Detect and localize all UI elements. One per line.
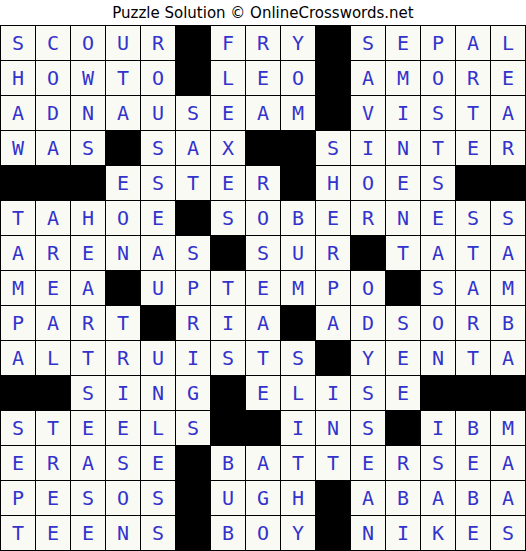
letter-cell-r3c5: U xyxy=(141,96,175,130)
letter-cell-r8c2: E xyxy=(36,271,70,305)
letter-cell-r12c1: S xyxy=(1,411,35,445)
black-cell-r5c14 xyxy=(456,166,490,200)
letter-cell-r10c5: U xyxy=(141,341,175,375)
letter-cell-r4c13: T xyxy=(421,131,455,165)
letter-cell-r7c5: A xyxy=(141,236,175,270)
black-cell-r8c4 xyxy=(106,271,140,305)
letter-cell-r9c2: A xyxy=(36,306,70,340)
letter-cell-r4c1: W xyxy=(1,131,35,165)
letter-cell-r12c3: E xyxy=(71,411,105,445)
letter-cell-r1c13: P xyxy=(421,26,455,60)
letter-cell-r8c13: S xyxy=(421,271,455,305)
letter-cell-r6c15: S xyxy=(491,201,525,235)
letter-cell-r15c8: O xyxy=(246,516,280,550)
letter-cell-r9c14: R xyxy=(456,306,490,340)
letter-cell-r7c10: R xyxy=(316,236,350,270)
puzzle-solution-page: Puzzle Solution © OnlineCrosswords.net S… xyxy=(0,0,526,551)
letter-cell-r9c3: R xyxy=(71,306,105,340)
letter-cell-r10c4: R xyxy=(106,341,140,375)
black-cell-r2c10 xyxy=(316,61,350,95)
letter-cell-r8c6: P xyxy=(176,271,210,305)
black-cell-r4c4 xyxy=(106,131,140,165)
letter-cell-r13c9: T xyxy=(281,446,315,480)
letter-cell-r7c12: T xyxy=(386,236,420,270)
letter-cell-r9c7: I xyxy=(211,306,245,340)
letter-cell-r15c14: E xyxy=(456,516,490,550)
letter-cell-r5c12: E xyxy=(386,166,420,200)
letter-cell-r8c1: M xyxy=(1,271,35,305)
letter-cell-r1c14: A xyxy=(456,26,490,60)
letter-cell-r2c12: M xyxy=(386,61,420,95)
letter-cell-r1c7: F xyxy=(211,26,245,60)
letter-cell-r14c12: B xyxy=(386,481,420,515)
black-cell-r11c7 xyxy=(211,376,245,410)
black-cell-r3c10 xyxy=(316,96,350,130)
letter-cell-r3c12: I xyxy=(386,96,420,130)
black-cell-r15c6 xyxy=(176,516,210,550)
black-cell-r1c10 xyxy=(316,26,350,60)
letter-cell-r8c14: A xyxy=(456,271,490,305)
letter-cell-r3c8: A xyxy=(246,96,280,130)
letter-cell-r4c5: S xyxy=(141,131,175,165)
letter-cell-r2c1: H xyxy=(1,61,35,95)
letter-cell-r15c3: E xyxy=(71,516,105,550)
letter-cell-r14c3: S xyxy=(71,481,105,515)
letter-cell-r13c5: E xyxy=(141,446,175,480)
letter-cell-r10c6: I xyxy=(176,341,210,375)
letter-cell-r4c11: I xyxy=(351,131,385,165)
letter-cell-r2c5: O xyxy=(141,61,175,95)
letter-cell-r5c4: E xyxy=(106,166,140,200)
letter-cell-r1c5: R xyxy=(141,26,175,60)
letter-cell-r9c12: S xyxy=(386,306,420,340)
letter-cell-r2c9: O xyxy=(281,61,315,95)
letter-cell-r7c13: A xyxy=(421,236,455,270)
letter-cell-r3c1: A xyxy=(1,96,35,130)
letter-cell-r7c4: N xyxy=(106,236,140,270)
black-cell-r5c15 xyxy=(491,166,525,200)
letter-cell-r1c8: R xyxy=(246,26,280,60)
letter-cell-r5c10: H xyxy=(316,166,350,200)
letter-cell-r10c11: Y xyxy=(351,341,385,375)
letter-cell-r2c13: O xyxy=(421,61,455,95)
letter-cell-r3c13: S xyxy=(421,96,455,130)
letter-cell-r14c11: A xyxy=(351,481,385,515)
letter-cell-r3c14: T xyxy=(456,96,490,130)
letter-cell-r8c11: O xyxy=(351,271,385,305)
letter-cell-r6c9: B xyxy=(281,201,315,235)
letter-cell-r5c11: O xyxy=(351,166,385,200)
letter-cell-r14c4: O xyxy=(106,481,140,515)
black-cell-r12c7 xyxy=(211,411,245,445)
black-cell-r11c14 xyxy=(456,376,490,410)
letter-cell-r1c12: E xyxy=(386,26,420,60)
letter-cell-r2c2: O xyxy=(36,61,70,95)
letter-cell-r13c2: R xyxy=(36,446,70,480)
letter-cell-r4c10: S xyxy=(316,131,350,165)
letter-cell-r8c3: A xyxy=(71,271,105,305)
letter-cell-r8c8: E xyxy=(246,271,280,305)
letter-cell-r15c1: T xyxy=(1,516,35,550)
letter-cell-r13c12: R xyxy=(386,446,420,480)
letter-cell-r12c14: B xyxy=(456,411,490,445)
letter-cell-r14c15: A xyxy=(491,481,525,515)
letter-cell-r1c4: U xyxy=(106,26,140,60)
black-cell-r9c5 xyxy=(141,306,175,340)
letter-cell-r10c12: E xyxy=(386,341,420,375)
black-cell-r8c12 xyxy=(386,271,420,305)
letter-cell-r9c1: P xyxy=(1,306,35,340)
letter-cell-r9c11: D xyxy=(351,306,385,340)
letter-cell-r15c4: N xyxy=(106,516,140,550)
letter-cell-r6c2: A xyxy=(36,201,70,235)
letter-cell-r15c7: B xyxy=(211,516,245,550)
letter-cell-r12c15: M xyxy=(491,411,525,445)
letter-cell-r7c15: A xyxy=(491,236,525,270)
letter-cell-r2c3: W xyxy=(71,61,105,95)
letter-cell-r9c4: T xyxy=(106,306,140,340)
black-cell-r5c9 xyxy=(281,166,315,200)
letter-cell-r15c11: N xyxy=(351,516,385,550)
black-cell-r13c6 xyxy=(176,446,210,480)
letter-cell-r9c15: B xyxy=(491,306,525,340)
letter-cell-r10c2: L xyxy=(36,341,70,375)
letter-cell-r13c3: A xyxy=(71,446,105,480)
page-title: Puzzle Solution © OnlineCrosswords.net xyxy=(0,0,526,25)
black-cell-r12c12 xyxy=(386,411,420,445)
black-cell-r6c6 xyxy=(176,201,210,235)
letter-cell-r10c8: T xyxy=(246,341,280,375)
black-cell-r5c1 xyxy=(1,166,35,200)
letter-cell-r12c2: T xyxy=(36,411,70,445)
letter-cell-r11c11: S xyxy=(351,376,385,410)
letter-cell-r1c15: L xyxy=(491,26,525,60)
letter-cell-r7c8: S xyxy=(246,236,280,270)
letter-cell-r10c7: S xyxy=(211,341,245,375)
letter-cell-r5c13: S xyxy=(421,166,455,200)
letter-cell-r7c1: A xyxy=(1,236,35,270)
letter-cell-r3c3: N xyxy=(71,96,105,130)
black-cell-r9c9 xyxy=(281,306,315,340)
letter-cell-r15c15: S xyxy=(491,516,525,550)
letter-cell-r1c2: C xyxy=(36,26,70,60)
letter-cell-r10c3: T xyxy=(71,341,105,375)
letter-cell-r14c2: E xyxy=(36,481,70,515)
letter-cell-r8c5: U xyxy=(141,271,175,305)
letter-cell-r4c15: R xyxy=(491,131,525,165)
letter-cell-r7c3: E xyxy=(71,236,105,270)
letter-cell-r10c13: N xyxy=(421,341,455,375)
letter-cell-r11c3: S xyxy=(71,376,105,410)
letter-cell-r12c4: E xyxy=(106,411,140,445)
letter-cell-r2c8: E xyxy=(246,61,280,95)
letter-cell-r11c5: N xyxy=(141,376,175,410)
black-cell-r14c6 xyxy=(176,481,210,515)
letter-cell-r6c7: S xyxy=(211,201,245,235)
letter-cell-r7c14: T xyxy=(456,236,490,270)
letter-cell-r6c13: E xyxy=(421,201,455,235)
letter-cell-r13c10: T xyxy=(316,446,350,480)
letter-cell-r11c9: L xyxy=(281,376,315,410)
letter-cell-r11c8: E xyxy=(246,376,280,410)
letter-cell-r15c12: I xyxy=(386,516,420,550)
letter-cell-r12c11: S xyxy=(351,411,385,445)
letter-cell-r12c10: N xyxy=(316,411,350,445)
letter-cell-r1c3: O xyxy=(71,26,105,60)
letter-cell-r6c3: H xyxy=(71,201,105,235)
black-cell-r11c15 xyxy=(491,376,525,410)
letter-cell-r14c5: S xyxy=(141,481,175,515)
letter-cell-r9c8: A xyxy=(246,306,280,340)
black-cell-r12c8 xyxy=(246,411,280,445)
letter-cell-r13c13: S xyxy=(421,446,455,480)
letter-cell-r4c2: A xyxy=(36,131,70,165)
black-cell-r15c10 xyxy=(316,516,350,550)
letter-cell-r7c9: U xyxy=(281,236,315,270)
crossword-grid: SCOURFRYSEPALHOWTOLEOAMOREADNAUSEAMVISTA… xyxy=(0,25,526,551)
black-cell-r11c1 xyxy=(1,376,35,410)
letter-cell-r9c6: R xyxy=(176,306,210,340)
letter-cell-r10c9: S xyxy=(281,341,315,375)
letter-cell-r13c7: B xyxy=(211,446,245,480)
letter-cell-r15c5: S xyxy=(141,516,175,550)
letter-cell-r6c10: E xyxy=(316,201,350,235)
letter-cell-r6c14: S xyxy=(456,201,490,235)
letter-cell-r13c8: A xyxy=(246,446,280,480)
letter-cell-r4c14: E xyxy=(456,131,490,165)
letter-cell-r2c7: L xyxy=(211,61,245,95)
letter-cell-r2c14: R xyxy=(456,61,490,95)
letter-cell-r12c9: I xyxy=(281,411,315,445)
letter-cell-r13c11: E xyxy=(351,446,385,480)
letter-cell-r2c11: A xyxy=(351,61,385,95)
letter-cell-r5c6: T xyxy=(176,166,210,200)
letter-cell-r14c1: P xyxy=(1,481,35,515)
black-cell-r1c6 xyxy=(176,26,210,60)
letter-cell-r11c10: I xyxy=(316,376,350,410)
black-cell-r4c9 xyxy=(281,131,315,165)
letter-cell-r7c6: S xyxy=(176,236,210,270)
letter-cell-r12c6: S xyxy=(176,411,210,445)
black-cell-r7c11 xyxy=(351,236,385,270)
letter-cell-r8c7: T xyxy=(211,271,245,305)
letter-cell-r4c7: X xyxy=(211,131,245,165)
letter-cell-r7c2: R xyxy=(36,236,70,270)
letter-cell-r15c13: K xyxy=(421,516,455,550)
letter-cell-r5c8: R xyxy=(246,166,280,200)
letter-cell-r2c15: E xyxy=(491,61,525,95)
letter-cell-r3c7: E xyxy=(211,96,245,130)
letter-cell-r13c14: E xyxy=(456,446,490,480)
letter-cell-r4c12: N xyxy=(386,131,420,165)
letter-cell-r14c14: B xyxy=(456,481,490,515)
letter-cell-r9c10: A xyxy=(316,306,350,340)
letter-cell-r6c12: N xyxy=(386,201,420,235)
letter-cell-r3c11: V xyxy=(351,96,385,130)
black-cell-r4c8 xyxy=(246,131,280,165)
letter-cell-r1c11: S xyxy=(351,26,385,60)
letter-cell-r3c15: A xyxy=(491,96,525,130)
letter-cell-r1c1: S xyxy=(1,26,35,60)
letter-cell-r1c9: Y xyxy=(281,26,315,60)
letter-cell-r12c13: I xyxy=(421,411,455,445)
letter-cell-r8c9: M xyxy=(281,271,315,305)
letter-cell-r4c3: S xyxy=(71,131,105,165)
letter-cell-r14c7: U xyxy=(211,481,245,515)
letter-cell-r11c6: G xyxy=(176,376,210,410)
black-cell-r11c13 xyxy=(421,376,455,410)
black-cell-r2c6 xyxy=(176,61,210,95)
letter-cell-r6c1: T xyxy=(1,201,35,235)
letter-cell-r10c14: T xyxy=(456,341,490,375)
letter-cell-r13c1: E xyxy=(1,446,35,480)
letter-cell-r2c4: T xyxy=(106,61,140,95)
letter-cell-r11c4: I xyxy=(106,376,140,410)
letter-cell-r6c8: O xyxy=(246,201,280,235)
letter-cell-r8c15: M xyxy=(491,271,525,305)
black-cell-r5c3 xyxy=(71,166,105,200)
letter-cell-r6c5: E xyxy=(141,201,175,235)
letter-cell-r9c13: O xyxy=(421,306,455,340)
letter-cell-r3c6: S xyxy=(176,96,210,130)
letter-cell-r8c10: P xyxy=(316,271,350,305)
black-cell-r7c7 xyxy=(211,236,245,270)
letter-cell-r13c4: S xyxy=(106,446,140,480)
letter-cell-r13c15: A xyxy=(491,446,525,480)
black-cell-r10c10 xyxy=(316,341,350,375)
letter-cell-r11c12: E xyxy=(386,376,420,410)
black-cell-r14c10 xyxy=(316,481,350,515)
letter-cell-r14c13: A xyxy=(421,481,455,515)
black-cell-r11c2 xyxy=(36,376,70,410)
letter-cell-r3c4: A xyxy=(106,96,140,130)
letter-cell-r5c5: S xyxy=(141,166,175,200)
letter-cell-r3c9: M xyxy=(281,96,315,130)
letter-cell-r10c1: A xyxy=(1,341,35,375)
letter-cell-r4c6: A xyxy=(176,131,210,165)
letter-cell-r3c2: D xyxy=(36,96,70,130)
letter-cell-r15c9: Y xyxy=(281,516,315,550)
letter-cell-r14c9: H xyxy=(281,481,315,515)
letter-cell-r15c2: E xyxy=(36,516,70,550)
letter-cell-r6c11: R xyxy=(351,201,385,235)
black-cell-r5c2 xyxy=(36,166,70,200)
letter-cell-r14c8: G xyxy=(246,481,280,515)
letter-cell-r6c4: O xyxy=(106,201,140,235)
letter-cell-r10c15: A xyxy=(491,341,525,375)
letter-cell-r5c7: E xyxy=(211,166,245,200)
letter-cell-r12c5: L xyxy=(141,411,175,445)
